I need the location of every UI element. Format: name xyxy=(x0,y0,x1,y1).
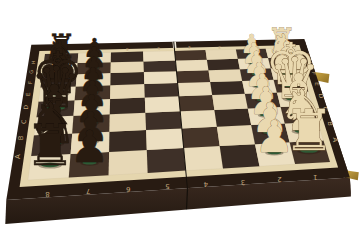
square-b3 xyxy=(217,125,255,146)
square-f6 xyxy=(110,72,144,85)
square-c6 xyxy=(110,113,147,132)
square-d4 xyxy=(179,95,215,111)
coord-front-7: 7 xyxy=(86,187,90,195)
svg-text:♜: ♜ xyxy=(284,98,335,163)
square-a5 xyxy=(147,148,186,173)
coord-front-3: 3 xyxy=(241,178,245,186)
square-g3 xyxy=(207,59,240,70)
coord-front-8: 8 xyxy=(45,190,49,198)
square-d5 xyxy=(145,96,180,113)
square-g4 xyxy=(176,60,209,71)
coord-front-4: 4 xyxy=(203,180,208,188)
square-e3 xyxy=(210,81,245,95)
coord-front-1: 1 xyxy=(313,173,317,181)
square-a3 xyxy=(220,144,260,168)
piece-black-rook-a8: ♜ xyxy=(25,113,76,178)
coord-back-6: 6 xyxy=(125,47,128,52)
piece-black-pawn-a7: ♟ xyxy=(70,121,110,172)
square-d6 xyxy=(110,98,146,115)
square-h4 xyxy=(175,50,207,60)
svg-text:♟: ♟ xyxy=(70,121,110,172)
square-b5 xyxy=(146,128,184,150)
square-f4 xyxy=(177,70,211,83)
square-h5 xyxy=(143,51,175,62)
square-a4 xyxy=(184,146,223,171)
coord-front-5: 5 xyxy=(165,182,169,190)
square-e4 xyxy=(178,82,213,96)
svg-text:♜: ♜ xyxy=(25,113,76,178)
square-h6 xyxy=(111,52,144,63)
square-h3 xyxy=(206,49,238,59)
square-c3 xyxy=(214,109,251,127)
coord-back-3: 3 xyxy=(218,45,221,50)
square-c5 xyxy=(145,111,181,130)
square-g6 xyxy=(111,61,144,73)
coord-front-6: 6 xyxy=(126,185,131,193)
square-e6 xyxy=(110,84,145,99)
chess-set-photo: Folding wooden chess set with pieces in … xyxy=(0,0,360,240)
square-f5 xyxy=(144,71,178,84)
coord-back-4: 4 xyxy=(188,45,191,50)
coord-back-5: 5 xyxy=(157,46,160,51)
square-d3 xyxy=(212,94,248,110)
chess-board: 8765432187654321ABCDEFGHABCDEFGH♜♟♟♜♞♟♟♞… xyxy=(0,0,360,240)
square-e5 xyxy=(144,83,179,98)
square-g5 xyxy=(144,61,177,73)
coord-front-2: 2 xyxy=(277,175,281,183)
square-f3 xyxy=(209,69,243,82)
square-b4 xyxy=(182,127,220,148)
coord-left-A: A xyxy=(14,154,22,159)
square-a6 xyxy=(109,150,148,175)
square-c4 xyxy=(180,110,217,128)
piece-white-rook-a1: ♜ xyxy=(284,98,335,163)
square-b6 xyxy=(109,130,147,152)
